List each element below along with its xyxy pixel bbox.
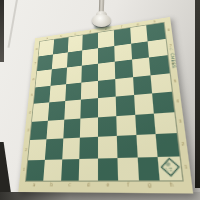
square-g5[interactable] xyxy=(133,75,153,95)
coord-label: 3 xyxy=(176,111,185,133)
square-g2[interactable] xyxy=(136,134,158,157)
fabric-crease xyxy=(7,0,18,48)
square-c3[interactable] xyxy=(63,118,81,138)
square-c4[interactable] xyxy=(64,100,81,120)
square-c2[interactable] xyxy=(62,138,80,159)
file-labels-bottom: abcdefgh xyxy=(25,183,183,190)
square-b2[interactable] xyxy=(45,138,63,159)
coord-label: h xyxy=(160,183,183,190)
square-a4[interactable] xyxy=(32,102,49,121)
coord-label: b xyxy=(42,183,60,189)
square-f6[interactable] xyxy=(115,60,133,79)
hanging-pin-base xyxy=(92,14,111,27)
square-f5[interactable] xyxy=(115,77,134,97)
square-b1[interactable] xyxy=(43,159,62,181)
square-c6[interactable] xyxy=(66,66,82,84)
coord-label: 8 xyxy=(165,22,172,39)
square-b3[interactable] xyxy=(46,119,64,139)
coord-label: a xyxy=(25,183,43,189)
square-e5[interactable] xyxy=(98,79,115,98)
coord-label: f xyxy=(118,183,139,189)
coord-label: g xyxy=(139,183,161,189)
coord-label: 5 xyxy=(171,72,179,91)
coord-label: 1 xyxy=(181,156,190,181)
chess-board-mat: abcdefgh abcdefgh 87654321 87654321 ♘ CH… xyxy=(18,17,193,194)
photo-edge-shadow-right xyxy=(195,0,200,188)
square-h4[interactable] xyxy=(152,92,174,113)
square-g4[interactable] xyxy=(134,93,154,114)
square-h6[interactable] xyxy=(149,55,169,75)
square-e2[interactable] xyxy=(98,136,117,158)
brand-text: ♘ CHESS xyxy=(168,46,176,68)
square-d3[interactable] xyxy=(80,117,98,138)
square-f3[interactable] xyxy=(116,114,136,136)
square-d4[interactable] xyxy=(81,98,98,118)
square-e6[interactable] xyxy=(98,62,115,81)
square-d1[interactable] xyxy=(79,158,98,181)
square-e3[interactable] xyxy=(98,116,117,137)
square-h5[interactable] xyxy=(151,73,172,94)
square-e4[interactable] xyxy=(98,97,116,117)
square-g6[interactable] xyxy=(132,57,151,76)
square-d2[interactable] xyxy=(80,137,98,159)
square-g1[interactable] xyxy=(137,156,160,180)
square-h2[interactable] xyxy=(156,133,180,156)
square-f1[interactable] xyxy=(117,157,138,181)
knight-rook-icon: ♘♖ xyxy=(164,167,173,172)
square-d5[interactable] xyxy=(81,80,98,99)
square-d6[interactable] xyxy=(82,64,98,82)
coord-label: 2 xyxy=(179,133,188,156)
square-a6[interactable] xyxy=(35,69,51,87)
square-b6[interactable] xyxy=(50,68,66,86)
photo-backdrop: abcdefgh abcdefgh 87654321 87654321 ♘ CH… xyxy=(0,0,200,200)
coord-label: e xyxy=(98,183,118,189)
square-f2[interactable] xyxy=(117,135,138,157)
coord-label: d xyxy=(79,183,98,189)
square-a2[interactable] xyxy=(28,139,46,160)
square-b4[interactable] xyxy=(48,101,65,120)
square-c5[interactable] xyxy=(65,82,82,101)
square-a1[interactable] xyxy=(26,159,45,180)
coord-label: c xyxy=(60,183,79,189)
square-h3[interactable] xyxy=(154,112,177,134)
square-f4[interactable] xyxy=(115,95,134,116)
square-c1[interactable] xyxy=(61,158,80,180)
square-e1[interactable] xyxy=(98,157,118,180)
square-a3[interactable] xyxy=(30,120,48,140)
brand-logo: ♔ ♘♖ xyxy=(159,155,179,177)
square-g3[interactable] xyxy=(135,113,156,135)
coord-label: 4 xyxy=(174,91,182,112)
square-a5[interactable] xyxy=(34,85,51,103)
square-b5[interactable] xyxy=(49,84,66,103)
photo-edge-shadow-left xyxy=(0,0,4,62)
